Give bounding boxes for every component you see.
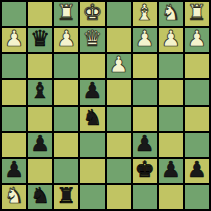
piece-white-queen: ♛	[83, 28, 103, 50]
square-a1[interactable]: ♞	[2, 185, 26, 209]
square-f8[interactable]: ♝	[133, 2, 157, 26]
square-b8[interactable]	[28, 2, 52, 26]
piece-white-pawn: ♟	[56, 28, 76, 50]
square-e5[interactable]	[107, 80, 131, 104]
square-f3[interactable]: ♟	[133, 133, 157, 157]
piece-black-pawn: ♟	[135, 133, 155, 155]
piece-black-king: ♚	[135, 159, 155, 181]
piece-white-bishop: ♝	[135, 2, 155, 24]
piece-black-pawn: ♟	[30, 133, 50, 155]
square-a8[interactable]	[2, 2, 26, 26]
piece-white-pawn: ♟	[135, 28, 155, 50]
square-g5[interactable]	[159, 80, 183, 104]
square-b4[interactable]	[28, 107, 52, 131]
square-h8[interactable]: ♜	[185, 2, 209, 26]
square-g4[interactable]	[159, 107, 183, 131]
piece-black-pawn: ♟	[83, 80, 103, 102]
piece-white-pawn: ♟	[161, 28, 181, 50]
square-g2[interactable]: ♟	[159, 159, 183, 183]
square-h5[interactable]	[185, 80, 209, 104]
square-a4[interactable]	[2, 107, 26, 131]
square-c8[interactable]: ♜	[54, 2, 78, 26]
square-b6[interactable]	[28, 54, 52, 78]
square-g1[interactable]	[159, 185, 183, 209]
square-d7[interactable]: ♛	[80, 28, 104, 52]
square-c3[interactable]	[54, 133, 78, 157]
square-c7[interactable]: ♟	[54, 28, 78, 52]
piece-black-pawn: ♟	[187, 159, 207, 181]
piece-black-knight: ♞	[30, 185, 50, 207]
square-e1[interactable]	[107, 185, 131, 209]
square-a7[interactable]: ♟	[2, 28, 26, 52]
piece-black-rook: ♜	[56, 185, 76, 207]
square-b7[interactable]: ♛	[28, 28, 52, 52]
square-a6[interactable]	[2, 54, 26, 78]
square-h6[interactable]	[185, 54, 209, 78]
square-g3[interactable]	[159, 133, 183, 157]
square-d2[interactable]	[80, 159, 104, 183]
piece-white-knight: ♞	[4, 185, 24, 207]
square-d8[interactable]: ♚	[80, 2, 104, 26]
square-b2[interactable]	[28, 159, 52, 183]
piece-white-pawn: ♟	[109, 54, 129, 76]
piece-white-knight: ♞	[161, 2, 181, 24]
square-c2[interactable]	[54, 159, 78, 183]
square-f4[interactable]	[133, 107, 157, 131]
square-e8[interactable]	[107, 2, 131, 26]
square-h7[interactable]: ♟	[185, 28, 209, 52]
square-a2[interactable]: ♟	[2, 159, 26, 183]
square-f2[interactable]: ♚	[133, 159, 157, 183]
square-f7[interactable]: ♟	[133, 28, 157, 52]
piece-black-queen: ♛	[30, 28, 50, 50]
square-e6[interactable]: ♟	[107, 54, 131, 78]
square-e2[interactable]	[107, 159, 131, 183]
piece-black-bishop: ♝	[30, 80, 50, 102]
square-d4[interactable]: ♞	[80, 107, 104, 131]
piece-white-pawn: ♟	[4, 28, 24, 50]
piece-black-knight: ♞	[83, 107, 103, 129]
square-h4[interactable]	[185, 107, 209, 131]
square-g8[interactable]: ♞	[159, 2, 183, 26]
square-g6[interactable]	[159, 54, 183, 78]
piece-white-king: ♚	[83, 2, 103, 24]
square-f5[interactable]	[133, 80, 157, 104]
square-b1[interactable]: ♞	[28, 185, 52, 209]
square-c6[interactable]	[54, 54, 78, 78]
piece-white-rook: ♜	[187, 2, 207, 24]
square-h3[interactable]	[185, 133, 209, 157]
square-h2[interactable]: ♟	[185, 159, 209, 183]
square-a5[interactable]	[2, 80, 26, 104]
square-d5[interactable]: ♟	[80, 80, 104, 104]
piece-white-rook: ♜	[56, 2, 76, 24]
square-c4[interactable]	[54, 107, 78, 131]
square-d1[interactable]	[80, 185, 104, 209]
square-e3[interactable]	[107, 133, 131, 157]
square-g7[interactable]: ♟	[159, 28, 183, 52]
piece-black-pawn: ♟	[161, 159, 181, 181]
piece-black-pawn: ♟	[4, 159, 24, 181]
square-d6[interactable]	[80, 54, 104, 78]
square-d3[interactable]	[80, 133, 104, 157]
square-c5[interactable]	[54, 80, 78, 104]
piece-white-pawn: ♟	[187, 28, 207, 50]
square-b3[interactable]: ♟	[28, 133, 52, 157]
square-a3[interactable]	[2, 133, 26, 157]
chess-board: ♜♚♝♞♜♟♛♟♛♟♟♟♟♝♟♞♟♟♟♚♟♟♞♞♜	[0, 0, 211, 211]
square-h1[interactable]	[185, 185, 209, 209]
square-e7[interactable]	[107, 28, 131, 52]
square-b5[interactable]: ♝	[28, 80, 52, 104]
square-f1[interactable]	[133, 185, 157, 209]
square-e4[interactable]	[107, 107, 131, 131]
square-f6[interactable]	[133, 54, 157, 78]
square-c1[interactable]: ♜	[54, 185, 78, 209]
